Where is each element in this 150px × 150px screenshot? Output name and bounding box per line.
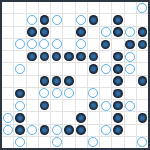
black-stone [113, 27, 122, 36]
cell-r5c11[interactable] [125, 51, 136, 62]
white-circle [3, 113, 13, 123]
cell-r7c3[interactable] [27, 76, 38, 87]
white-circle [64, 88, 74, 98]
cell-r3c9[interactable] [100, 27, 111, 38]
black-stone [40, 52, 49, 61]
cell-r11c12[interactable] [137, 125, 148, 136]
cell-r5c8[interactable] [88, 51, 99, 62]
cell-r5c4[interactable] [39, 51, 50, 62]
black-stone [125, 40, 134, 49]
black-stone [15, 125, 24, 134]
cell-r9c6[interactable] [63, 100, 74, 111]
cell-r7c10[interactable] [112, 76, 123, 87]
cell-r7c5[interactable] [51, 76, 62, 87]
cell-r1c7[interactable] [76, 2, 87, 13]
cell-r10c1[interactable] [2, 112, 13, 123]
cell-r1c12[interactable] [137, 2, 148, 13]
white-circle [137, 3, 147, 13]
white-circle [76, 39, 86, 49]
cell-r5c9[interactable] [100, 51, 111, 62]
cell-r2c8[interactable] [88, 14, 99, 25]
cell-r11c8[interactable] [88, 125, 99, 136]
white-circle [27, 15, 37, 25]
cell-r11c3[interactable] [27, 125, 38, 136]
cell-r6c9[interactable] [100, 63, 111, 74]
cell-r2c2[interactable] [14, 14, 25, 25]
cell-r11c11[interactable] [125, 125, 136, 136]
cell-r6c7[interactable] [76, 63, 87, 74]
black-stone [113, 89, 122, 98]
cell-r8c11[interactable] [125, 88, 136, 99]
cell-r10c2[interactable] [14, 112, 25, 123]
cell-r12c10[interactable] [112, 137, 123, 148]
cell-r2c6[interactable] [63, 14, 74, 25]
cell-r12c1[interactable] [2, 137, 13, 148]
cell-r2c7[interactable] [76, 14, 87, 25]
white-circle [52, 88, 62, 98]
cell-r3c5[interactable] [51, 27, 62, 38]
black-stone [113, 76, 122, 85]
black-stone [101, 40, 110, 49]
white-circle [15, 39, 25, 49]
cell-r11c2[interactable] [14, 125, 25, 136]
black-stone [138, 27, 147, 36]
cell-r9c5[interactable] [51, 100, 62, 111]
cell-r12c9[interactable] [100, 137, 111, 148]
cell-r5c12[interactable] [137, 51, 148, 62]
cell-r9c1[interactable] [2, 100, 13, 111]
cell-r3c2[interactable] [14, 27, 25, 38]
white-circle [39, 39, 49, 49]
cell-r10c12[interactable] [137, 112, 148, 123]
cell-r2c12[interactable] [137, 14, 148, 25]
black-stone [27, 52, 36, 61]
cell-r2c1[interactable] [2, 14, 13, 25]
cell-r2c9[interactable] [100, 14, 111, 25]
cell-r5c3[interactable] [27, 51, 38, 62]
cell-r5c2[interactable] [14, 51, 25, 62]
cell-r8c10[interactable] [112, 88, 123, 99]
cell-r12c11[interactable] [125, 137, 136, 148]
cell-r8c5[interactable] [51, 88, 62, 99]
black-stone [40, 27, 49, 36]
white-circle [137, 137, 147, 147]
cell-r3c7[interactable] [76, 27, 87, 38]
cell-r7c12[interactable] [137, 76, 148, 87]
black-stone [89, 64, 98, 73]
cell-r8c6[interactable] [63, 88, 74, 99]
black-stone [113, 113, 122, 122]
black-stone [113, 125, 122, 134]
cell-r6c12[interactable] [137, 63, 148, 74]
cell-r2c5[interactable] [51, 14, 62, 25]
cell-r7c4[interactable] [39, 76, 50, 87]
cell-r2c4[interactable] [39, 14, 50, 25]
cell-r4c6[interactable] [63, 39, 74, 50]
black-stone [89, 52, 98, 61]
cell-r12c8[interactable] [88, 137, 99, 148]
cell-r7c7[interactable] [76, 76, 87, 87]
white-circle [27, 125, 37, 135]
black-stone [113, 101, 122, 110]
cell-r4c5[interactable] [51, 39, 62, 50]
cell-r7c1[interactable] [2, 76, 13, 87]
cell-r6c11[interactable] [125, 63, 136, 74]
black-stone [64, 52, 73, 61]
black-stone [113, 52, 122, 61]
cell-r9c11[interactable] [125, 100, 136, 111]
cell-r11c4[interactable] [39, 125, 50, 136]
white-circle [76, 15, 86, 25]
cell-r7c2[interactable] [14, 76, 25, 87]
cell-r11c10[interactable] [112, 125, 123, 136]
cell-r8c7[interactable] [76, 88, 87, 99]
white-circle [101, 64, 111, 74]
puzzle-board [0, 0, 150, 150]
cell-r1c10[interactable] [112, 2, 123, 13]
cell-r12c4[interactable] [39, 137, 50, 148]
cell-r9c4[interactable] [39, 100, 50, 111]
cell-r11c7[interactable] [76, 125, 87, 136]
cell-r5c6[interactable] [63, 51, 74, 62]
cell-r3c1[interactable] [2, 27, 13, 38]
black-stone [52, 52, 61, 61]
white-circle [52, 15, 62, 25]
cell-r1c11[interactable] [125, 2, 136, 13]
cell-r1c3[interactable] [27, 2, 38, 13]
white-circle [52, 137, 62, 147]
cell-r3c12[interactable] [137, 27, 148, 38]
black-stone [89, 15, 98, 24]
cell-r1c6[interactable] [63, 2, 74, 13]
white-circle [101, 125, 111, 135]
white-circle [88, 88, 98, 98]
cell-r8c8[interactable] [88, 88, 99, 99]
cell-r8c9[interactable] [100, 88, 111, 99]
cell-r8c3[interactable] [27, 88, 38, 99]
cell-r4c1[interactable] [2, 39, 13, 50]
cell-r5c5[interactable] [51, 51, 62, 62]
black-stone [89, 101, 98, 110]
cell-r9c3[interactable] [27, 100, 38, 111]
cell-r4c12[interactable] [137, 39, 148, 50]
black-stone [40, 15, 49, 24]
white-circle [27, 39, 37, 49]
cell-r10c5[interactable] [51, 112, 62, 123]
black-stone [40, 76, 49, 85]
black-stone [64, 76, 73, 85]
white-circle [88, 137, 98, 147]
cell-r6c10[interactable] [112, 63, 123, 74]
cell-r5c7[interactable] [76, 51, 87, 62]
cell-r12c7[interactable] [76, 137, 87, 148]
cell-r10c3[interactable] [27, 112, 38, 123]
cell-r7c11[interactable] [125, 76, 136, 87]
cell-r8c4[interactable] [39, 88, 50, 99]
black-stone [15, 89, 24, 98]
black-stone [138, 113, 147, 122]
white-circle [15, 64, 25, 74]
cell-r5c10[interactable] [112, 51, 123, 62]
cell-r4c11[interactable] [125, 39, 136, 50]
cell-r8c1[interactable] [2, 88, 13, 99]
cell-r7c8[interactable] [88, 76, 99, 87]
cell-r2c10[interactable] [112, 14, 123, 25]
cell-r8c2[interactable] [14, 88, 25, 99]
cell-r9c2[interactable] [14, 100, 25, 111]
cell-r10c6[interactable] [63, 112, 74, 123]
white-circle [125, 27, 135, 37]
black-stone [76, 113, 85, 122]
cell-r9c12[interactable] [137, 100, 148, 111]
cell-r10c9[interactable] [100, 112, 111, 123]
cell-r5c1[interactable] [2, 51, 13, 62]
black-stone [138, 76, 147, 85]
black-stone [76, 27, 85, 36]
cell-r12c6[interactable] [63, 137, 74, 148]
cell-r6c2[interactable] [14, 63, 25, 74]
cell-r9c7[interactable] [76, 100, 87, 111]
cell-r12c3[interactable] [27, 137, 38, 148]
cell-r3c3[interactable] [27, 27, 38, 38]
cell-r9c9[interactable] [100, 100, 111, 111]
black-stone [113, 64, 122, 73]
white-circle [15, 101, 25, 111]
cell-r3c4[interactable] [39, 27, 50, 38]
black-stone [15, 113, 24, 122]
cell-r1c5[interactable] [51, 2, 62, 13]
cell-r9c10[interactable] [112, 100, 123, 111]
black-stone [40, 125, 49, 134]
black-stone [76, 52, 85, 61]
white-circle [52, 125, 62, 135]
cell-r10c10[interactable] [112, 112, 123, 123]
cell-r4c7[interactable] [76, 39, 87, 50]
cell-r4c3[interactable] [27, 39, 38, 50]
cell-r4c8[interactable] [88, 39, 99, 50]
cell-r3c6[interactable] [63, 27, 74, 38]
cell-r12c2[interactable] [14, 137, 25, 148]
cell-r11c6[interactable] [63, 125, 74, 136]
cell-r6c6[interactable] [63, 63, 74, 74]
cell-r1c8[interactable] [88, 2, 99, 13]
white-circle [101, 27, 111, 37]
cell-r11c9[interactable] [100, 125, 111, 136]
cell-r6c1[interactable] [2, 63, 13, 74]
cell-r4c2[interactable] [14, 39, 25, 50]
cell-r1c4[interactable] [39, 2, 50, 13]
cell-r3c8[interactable] [88, 27, 99, 38]
cell-r4c10[interactable] [112, 39, 123, 50]
cell-r3c10[interactable] [112, 27, 123, 38]
white-circle [15, 137, 25, 147]
cell-r1c2[interactable] [14, 2, 25, 13]
black-stone [40, 101, 49, 110]
white-circle [125, 101, 135, 111]
white-circle [39, 88, 49, 98]
cell-r11c5[interactable] [51, 125, 62, 136]
white-circle [125, 52, 135, 62]
cell-r6c4[interactable] [39, 63, 50, 74]
cell-r11c1[interactable] [2, 125, 13, 136]
cell-r4c4[interactable] [39, 39, 50, 50]
cell-r2c11[interactable] [125, 14, 136, 25]
black-stone [27, 27, 36, 36]
cell-r3c11[interactable] [125, 27, 136, 38]
black-stone [113, 15, 122, 24]
black-stone [138, 40, 147, 49]
white-circle [3, 125, 13, 135]
cell-r6c3[interactable] [27, 63, 38, 74]
black-stone [64, 125, 73, 134]
cell-r10c11[interactable] [125, 112, 136, 123]
cell-r2c3[interactable] [27, 14, 38, 25]
cell-r10c8[interactable] [88, 112, 99, 123]
white-circle [52, 39, 62, 49]
cell-r1c9[interactable] [100, 2, 111, 13]
cell-r7c6[interactable] [63, 76, 74, 87]
cell-r12c12[interactable] [137, 137, 148, 148]
white-circle [125, 64, 135, 74]
cell-r9c8[interactable] [88, 100, 99, 111]
cell-r10c4[interactable] [39, 112, 50, 123]
cell-r8c12[interactable] [137, 88, 148, 99]
cell-r6c5[interactable] [51, 63, 62, 74]
cell-r1c1[interactable] [2, 2, 13, 13]
cell-r12c5[interactable] [51, 137, 62, 148]
cell-r6c8[interactable] [88, 63, 99, 74]
cell-r4c9[interactable] [100, 39, 111, 50]
cell-r7c9[interactable] [100, 76, 111, 87]
white-circle [101, 101, 111, 111]
cell-r10c7[interactable] [76, 112, 87, 123]
black-stone [52, 76, 61, 85]
black-stone [76, 125, 85, 134]
